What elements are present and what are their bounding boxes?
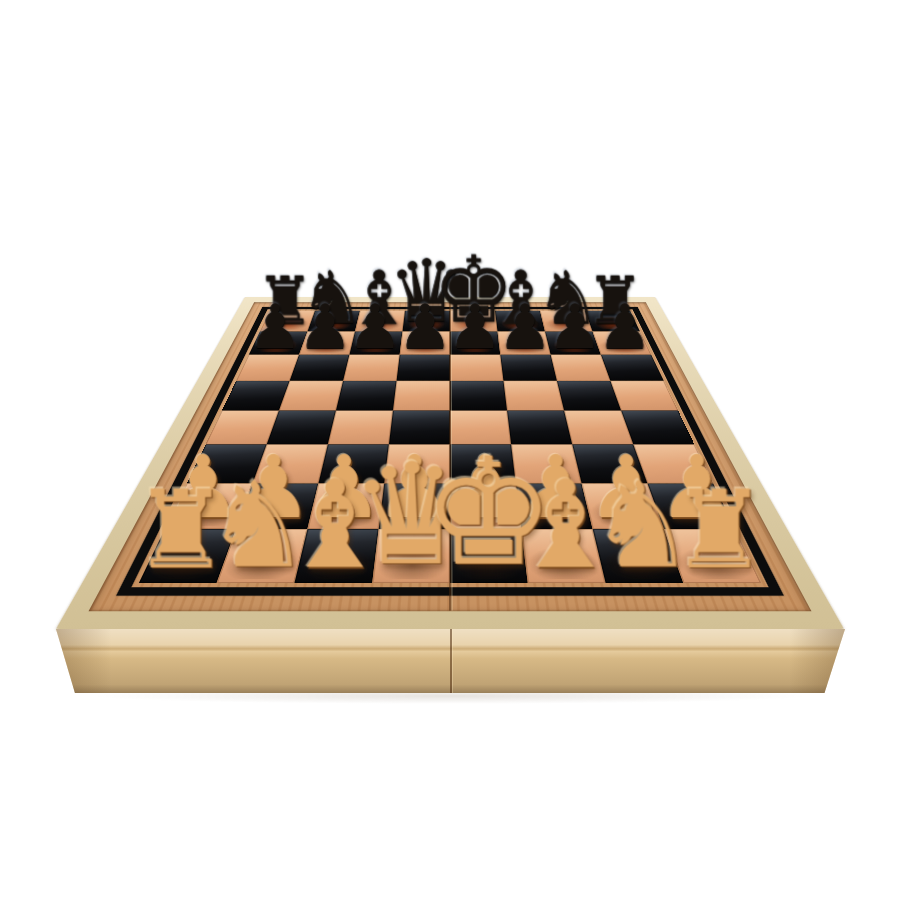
square-b7: ♟ — [299, 331, 355, 354]
square-e5 — [450, 381, 507, 411]
square-e7: ♟ — [450, 331, 500, 354]
piece-black-pawn-e7-icon: ♟ — [447, 298, 502, 356]
square-c6 — [343, 355, 400, 381]
scene-perspective: ♜♞♝♛♚♝♞♜♟♟♟♟♟♟♟♟♟♟♟♟♟♟♟♟♜♞♝♛♚♝♞♜ — [0, 0, 900, 900]
square-h7: ♟ — [593, 331, 652, 354]
box-front-face — [56, 629, 845, 695]
square-a6 — [236, 355, 299, 381]
board-frame: ♜♞♝♛♚♝♞♜♟♟♟♟♟♟♟♟♟♟♟♟♟♟♟♟♜♞♝♛♚♝♞♜ — [55, 297, 844, 630]
square-g7: ♟ — [545, 331, 601, 354]
square-f7: ♟ — [498, 331, 551, 354]
square-d6 — [397, 355, 450, 381]
square-f5 — [503, 381, 564, 411]
piece-black-pawn-a7-icon: ♟ — [248, 298, 303, 356]
square-e6 — [450, 355, 503, 381]
piece-black-pawn-b7-icon: ♟ — [298, 298, 353, 356]
square-b5 — [279, 381, 343, 411]
square-c7: ♟ — [349, 331, 402, 354]
board-surface: ♜♞♝♛♚♝♞♜♟♟♟♟♟♟♟♟♟♟♟♟♟♟♟♟♜♞♝♛♚♝♞♜ — [89, 302, 812, 611]
square-g5 — [557, 381, 621, 411]
piece-black-pawn-d7-icon: ♟ — [398, 298, 453, 356]
piece-white-rook-h1-icon: ♜ — [671, 479, 768, 582]
piece-black-pawn-f7-icon: ♟ — [497, 298, 552, 356]
piece-black-pawn-g7-icon: ♟ — [547, 298, 602, 356]
square-h1: ♜ — [664, 529, 761, 583]
piece-black-pawn-h7-icon: ♟ — [597, 298, 652, 356]
square-c5 — [336, 381, 397, 411]
square-b6 — [290, 355, 350, 381]
square-d7: ♟ — [400, 331, 450, 354]
chess-set-photo: ♜♞♝♛♚♝♞♜♟♟♟♟♟♟♟♟♟♟♟♟♟♟♟♟♜♞♝♛♚♝♞♜ — [0, 0, 900, 900]
piece-black-pawn-c7-icon: ♟ — [348, 298, 403, 356]
square-d5 — [393, 381, 450, 411]
square-f6 — [500, 355, 557, 381]
fold-seam-front — [450, 629, 452, 693]
